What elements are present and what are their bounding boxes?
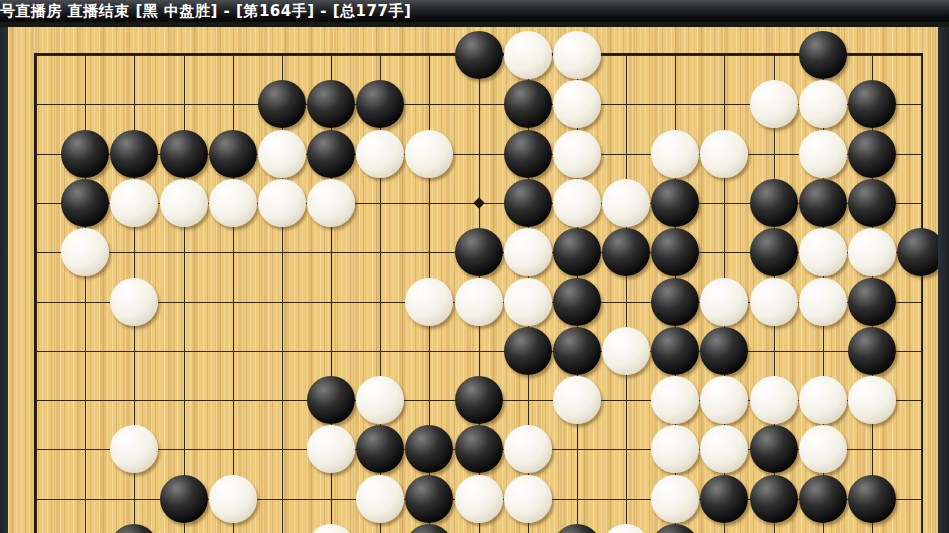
stone-black: [750, 475, 798, 523]
stone-white: [356, 475, 404, 523]
stone-black: [799, 179, 847, 227]
grid-line-vertical: [36, 55, 37, 533]
stone-white: [307, 179, 355, 227]
stone-black: [553, 327, 601, 375]
stone-black: [61, 179, 109, 227]
stone-white: [504, 475, 552, 523]
stone-white: [750, 278, 798, 326]
stone-black: [602, 228, 650, 276]
stone-white: [455, 278, 503, 326]
stone-white: [848, 376, 896, 424]
grid-line-vertical: [184, 55, 185, 533]
stone-black: [405, 475, 453, 523]
title-text: 号直播房 直播结束 [黑 中盘胜] - [第164手] - [总177手]: [0, 0, 411, 22]
stone-white: [61, 228, 109, 276]
stone-white: [110, 278, 158, 326]
stone-white: [209, 475, 257, 523]
title-bar: 号直播房 直播结束 [黑 中盘胜] - [第164手] - [总177手]: [0, 0, 949, 22]
stone-black: [504, 130, 552, 178]
grid-line-horizontal: [36, 351, 922, 352]
stone-white: [258, 130, 306, 178]
stone-white: [700, 278, 748, 326]
stone-black: [700, 475, 748, 523]
stone-black: [651, 179, 699, 227]
stone-white: [602, 327, 650, 375]
stone-white: [799, 130, 847, 178]
stone-white: [504, 31, 552, 79]
stone-black: [455, 31, 503, 79]
stone-white: [405, 130, 453, 178]
stone-black: [651, 327, 699, 375]
stone-white: [799, 425, 847, 473]
right-edge-strip: [938, 27, 949, 533]
stone-black: [848, 130, 896, 178]
stone-white: [160, 179, 208, 227]
stone-white: [110, 179, 158, 227]
stone-black: [799, 31, 847, 79]
stone-black: [799, 475, 847, 523]
stone-white: [356, 130, 404, 178]
stone-black: [651, 278, 699, 326]
stone-black: [160, 130, 208, 178]
stone-black: [848, 179, 896, 227]
stone-black: [504, 327, 552, 375]
stone-black: [750, 179, 798, 227]
stone-black: [553, 228, 601, 276]
stone-black: [848, 278, 896, 326]
stone-black: [258, 80, 306, 128]
stone-white: [504, 278, 552, 326]
stone-white: [553, 179, 601, 227]
stone-white: [651, 475, 699, 523]
grid-line-vertical: [626, 55, 627, 533]
stone-black: [209, 130, 257, 178]
stone-white: [799, 278, 847, 326]
app-window: 号直播房 直播结束 [黑 中盘胜] - [第164手] - [总177手]: [0, 0, 949, 533]
stone-black: [504, 179, 552, 227]
stone-black: [160, 475, 208, 523]
stone-white: [405, 278, 453, 326]
stone-black: [61, 130, 109, 178]
stone-black: [897, 228, 938, 276]
go-board[interactable]: [8, 27, 938, 533]
stone-white: [602, 179, 650, 227]
stone-black: [750, 425, 798, 473]
stone-white: [504, 425, 552, 473]
stone-white: [799, 80, 847, 128]
stone-white: [258, 179, 306, 227]
stone-black: [848, 327, 896, 375]
stone-white: [553, 80, 601, 128]
stone-black: [848, 80, 896, 128]
stone-white: [799, 376, 847, 424]
stone-white: [651, 376, 699, 424]
stone-white: [455, 475, 503, 523]
stone-black: [307, 376, 355, 424]
stone-white: [553, 31, 601, 79]
stone-white: [750, 376, 798, 424]
stone-black: [504, 80, 552, 128]
stone-white: [504, 228, 552, 276]
stone-black: [750, 228, 798, 276]
stone-black: [307, 80, 355, 128]
stone-white: [356, 376, 404, 424]
grid-line-vertical: [233, 55, 234, 533]
stone-black: [553, 278, 601, 326]
stone-white: [209, 179, 257, 227]
grid-line-vertical: [85, 55, 86, 533]
grid-line-vertical: [921, 55, 922, 533]
stone-black: [700, 327, 748, 375]
left-edge-strip: [0, 27, 8, 533]
stone-black: [848, 475, 896, 523]
stone-white: [553, 376, 601, 424]
stone-white: [799, 228, 847, 276]
stone-black: [110, 130, 158, 178]
stone-black: [455, 376, 503, 424]
stone-black: [455, 228, 503, 276]
stone-white: [848, 228, 896, 276]
stone-white: [553, 130, 601, 178]
stone-white: [750, 80, 798, 128]
stone-black: [307, 130, 355, 178]
stone-white: [700, 130, 748, 178]
stone-white: [651, 130, 699, 178]
stone-black: [455, 425, 503, 473]
